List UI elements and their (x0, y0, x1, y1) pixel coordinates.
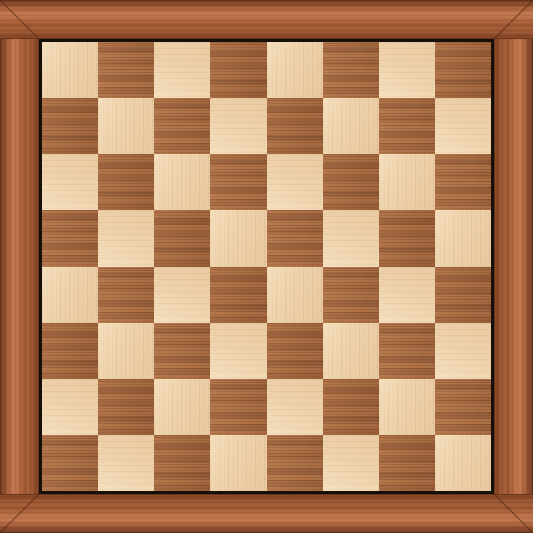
square-c6[interactable] (154, 154, 210, 210)
square-g1[interactable] (379, 435, 435, 491)
square-c1[interactable] (154, 435, 210, 491)
square-f7[interactable] (323, 98, 379, 154)
square-f6[interactable] (323, 154, 379, 210)
square-c3[interactable] (154, 323, 210, 379)
frame-bottom (0, 494, 533, 533)
square-e8[interactable] (267, 42, 323, 98)
square-a1[interactable] (42, 435, 98, 491)
square-b6[interactable] (98, 154, 154, 210)
square-h8[interactable] (435, 42, 491, 98)
square-f2[interactable] (323, 379, 379, 435)
square-e7[interactable] (267, 98, 323, 154)
square-h3[interactable] (435, 323, 491, 379)
square-h4[interactable] (435, 267, 491, 323)
square-a7[interactable] (42, 98, 98, 154)
square-d1[interactable] (210, 435, 266, 491)
square-f1[interactable] (323, 435, 379, 491)
square-h2[interactable] (435, 379, 491, 435)
square-g7[interactable] (379, 98, 435, 154)
square-e4[interactable] (267, 267, 323, 323)
square-c8[interactable] (154, 42, 210, 98)
board-grid (42, 42, 491, 491)
square-b2[interactable] (98, 379, 154, 435)
frame-left (0, 39, 39, 494)
square-c7[interactable] (154, 98, 210, 154)
square-c2[interactable] (154, 379, 210, 435)
square-h1[interactable] (435, 435, 491, 491)
square-a8[interactable] (42, 42, 98, 98)
square-b5[interactable] (98, 210, 154, 266)
square-h6[interactable] (435, 154, 491, 210)
square-a6[interactable] (42, 154, 98, 210)
square-d5[interactable] (210, 210, 266, 266)
square-g2[interactable] (379, 379, 435, 435)
square-e5[interactable] (267, 210, 323, 266)
square-e2[interactable] (267, 379, 323, 435)
square-c4[interactable] (154, 267, 210, 323)
square-d8[interactable] (210, 42, 266, 98)
square-d4[interactable] (210, 267, 266, 323)
square-g5[interactable] (379, 210, 435, 266)
chessboard (0, 0, 533, 533)
square-c5[interactable] (154, 210, 210, 266)
square-d6[interactable] (210, 154, 266, 210)
square-f5[interactable] (323, 210, 379, 266)
square-g4[interactable] (379, 267, 435, 323)
square-b8[interactable] (98, 42, 154, 98)
square-f4[interactable] (323, 267, 379, 323)
square-f3[interactable] (323, 323, 379, 379)
square-g3[interactable] (379, 323, 435, 379)
frame-top (0, 0, 533, 39)
square-d2[interactable] (210, 379, 266, 435)
square-b7[interactable] (98, 98, 154, 154)
square-b1[interactable] (98, 435, 154, 491)
frame-right (494, 39, 533, 494)
board-border (39, 39, 494, 494)
square-a4[interactable] (42, 267, 98, 323)
square-a3[interactable] (42, 323, 98, 379)
square-a5[interactable] (42, 210, 98, 266)
square-b3[interactable] (98, 323, 154, 379)
square-e1[interactable] (267, 435, 323, 491)
square-e3[interactable] (267, 323, 323, 379)
square-b4[interactable] (98, 267, 154, 323)
square-d7[interactable] (210, 98, 266, 154)
square-d3[interactable] (210, 323, 266, 379)
square-h7[interactable] (435, 98, 491, 154)
square-f8[interactable] (323, 42, 379, 98)
square-g8[interactable] (379, 42, 435, 98)
square-g6[interactable] (379, 154, 435, 210)
square-h5[interactable] (435, 210, 491, 266)
square-a2[interactable] (42, 379, 98, 435)
square-e6[interactable] (267, 154, 323, 210)
